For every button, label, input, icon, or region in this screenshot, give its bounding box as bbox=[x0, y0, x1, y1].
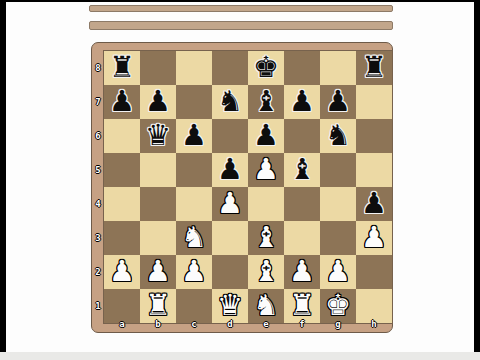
file-label-e: e bbox=[248, 318, 284, 330]
piece-black-rook[interactable]: ♜ bbox=[109, 53, 135, 82]
square-a6[interactable] bbox=[104, 119, 140, 153]
piece-black-knight[interactable]: ♞ bbox=[325, 121, 351, 150]
file-label-c: c bbox=[176, 318, 212, 330]
rank-label-7: 7 bbox=[93, 85, 103, 119]
square-e6[interactable]: ♟ bbox=[248, 119, 284, 153]
file-label-g: g bbox=[320, 318, 356, 330]
square-d7[interactable]: ♞ bbox=[212, 85, 248, 119]
square-e8[interactable]: ♚ bbox=[248, 51, 284, 85]
square-b6[interactable]: ♛ bbox=[140, 119, 176, 153]
square-f8[interactable] bbox=[284, 51, 320, 85]
piece-black-pawn[interactable]: ♟ bbox=[145, 87, 171, 116]
piece-black-pawn[interactable]: ♟ bbox=[253, 121, 279, 150]
rank-label-5: 5 bbox=[93, 153, 103, 187]
rank-label-2: 2 bbox=[93, 255, 103, 289]
piece-white-queen[interactable]: ♛ bbox=[217, 291, 243, 320]
square-c3[interactable]: ♞ bbox=[176, 221, 212, 255]
file-label-d: d bbox=[212, 318, 248, 330]
piece-white-knight[interactable]: ♞ bbox=[181, 223, 207, 252]
square-h8[interactable]: ♜ bbox=[356, 51, 392, 85]
piece-black-knight[interactable]: ♞ bbox=[217, 87, 243, 116]
square-c7[interactable] bbox=[176, 85, 212, 119]
square-d3[interactable] bbox=[212, 221, 248, 255]
square-b8[interactable] bbox=[140, 51, 176, 85]
piece-white-king[interactable]: ♚ bbox=[325, 291, 351, 320]
bottom-strip bbox=[0, 352, 480, 360]
square-e7[interactable]: ♝ bbox=[248, 85, 284, 119]
file-label-b: b bbox=[140, 318, 176, 330]
file-label-f: f bbox=[284, 318, 320, 330]
square-c2[interactable]: ♟ bbox=[176, 255, 212, 289]
square-a5[interactable] bbox=[104, 153, 140, 187]
square-g3[interactable] bbox=[320, 221, 356, 255]
piece-white-pawn[interactable]: ♟ bbox=[289, 257, 315, 286]
piece-black-queen[interactable]: ♛ bbox=[145, 121, 171, 150]
piece-white-rook[interactable]: ♜ bbox=[145, 291, 171, 320]
header-bar-thick bbox=[89, 21, 393, 30]
square-g7[interactable]: ♟ bbox=[320, 85, 356, 119]
square-g4[interactable] bbox=[320, 187, 356, 221]
square-f4[interactable] bbox=[284, 187, 320, 221]
board[interactable]: ♜♚♜♟♟♞♝♟♟♛♟♟♞♟♟♝♟♟♞♝♟♟♟♟♝♟♟♜♛♞♜♚ bbox=[103, 50, 393, 324]
piece-black-pawn[interactable]: ♟ bbox=[109, 87, 135, 116]
rank-label-8: 8 bbox=[93, 51, 103, 85]
video-frame: 87654321 ♜♚♜♟♟♞♝♟♟♛♟♟♞♟♟♝♟♟♞♝♟♟♟♟♝♟♟♜♛♞♜… bbox=[0, 0, 480, 360]
rank-label-3: 3 bbox=[93, 221, 103, 255]
rank-label-6: 6 bbox=[93, 119, 103, 153]
square-e3[interactable]: ♝ bbox=[248, 221, 284, 255]
piece-white-bishop[interactable]: ♝ bbox=[253, 257, 279, 286]
piece-white-pawn[interactable]: ♟ bbox=[217, 189, 243, 218]
piece-white-pawn[interactable]: ♟ bbox=[145, 257, 171, 286]
piece-black-pawn[interactable]: ♟ bbox=[181, 121, 207, 150]
piece-white-pawn[interactable]: ♟ bbox=[361, 223, 387, 252]
square-c4[interactable] bbox=[176, 187, 212, 221]
square-c5[interactable] bbox=[176, 153, 212, 187]
piece-black-pawn[interactable]: ♟ bbox=[361, 189, 387, 218]
piece-black-bishop[interactable]: ♝ bbox=[253, 87, 279, 116]
rank-label-4: 4 bbox=[93, 187, 103, 221]
piece-white-pawn[interactable]: ♟ bbox=[181, 257, 207, 286]
square-f2[interactable]: ♟ bbox=[284, 255, 320, 289]
square-c8[interactable] bbox=[176, 51, 212, 85]
square-g6[interactable]: ♞ bbox=[320, 119, 356, 153]
square-d5[interactable]: ♟ bbox=[212, 153, 248, 187]
square-f3[interactable] bbox=[284, 221, 320, 255]
square-a4[interactable] bbox=[104, 187, 140, 221]
square-c6[interactable]: ♟ bbox=[176, 119, 212, 153]
file-labels: abcdefgh bbox=[104, 318, 392, 330]
piece-white-knight[interactable]: ♞ bbox=[253, 291, 279, 320]
piece-white-pawn[interactable]: ♟ bbox=[325, 257, 351, 286]
square-e4[interactable] bbox=[248, 187, 284, 221]
file-label-a: a bbox=[104, 318, 140, 330]
piece-white-pawn[interactable]: ♟ bbox=[109, 257, 135, 286]
square-f6[interactable] bbox=[284, 119, 320, 153]
square-a3[interactable] bbox=[104, 221, 140, 255]
square-e5[interactable]: ♟ bbox=[248, 153, 284, 187]
square-b7[interactable]: ♟ bbox=[140, 85, 176, 119]
square-g2[interactable]: ♟ bbox=[320, 255, 356, 289]
square-h4[interactable]: ♟ bbox=[356, 187, 392, 221]
chessboard-frame: 87654321 ♜♚♜♟♟♞♝♟♟♛♟♟♞♟♟♝♟♟♞♝♟♟♟♟♝♟♟♜♛♞♜… bbox=[91, 42, 393, 333]
square-d2[interactable] bbox=[212, 255, 248, 289]
header-bar-thin bbox=[89, 5, 393, 12]
square-g5[interactable] bbox=[320, 153, 356, 187]
piece-white-rook[interactable]: ♜ bbox=[289, 291, 315, 320]
square-e2[interactable]: ♝ bbox=[248, 255, 284, 289]
square-h6[interactable] bbox=[356, 119, 392, 153]
piece-black-pawn[interactable]: ♟ bbox=[289, 87, 315, 116]
square-f7[interactable]: ♟ bbox=[284, 85, 320, 119]
piece-black-pawn[interactable]: ♟ bbox=[217, 155, 243, 184]
square-b2[interactable]: ♟ bbox=[140, 255, 176, 289]
square-b3[interactable] bbox=[140, 221, 176, 255]
piece-black-bishop[interactable]: ♝ bbox=[289, 155, 315, 184]
square-a2[interactable]: ♟ bbox=[104, 255, 140, 289]
square-f5[interactable]: ♝ bbox=[284, 153, 320, 187]
piece-white-bishop[interactable]: ♝ bbox=[253, 223, 279, 252]
piece-black-king[interactable]: ♚ bbox=[253, 53, 279, 82]
square-d6[interactable] bbox=[212, 119, 248, 153]
piece-black-rook[interactable]: ♜ bbox=[361, 53, 387, 82]
square-a7[interactable]: ♟ bbox=[104, 85, 140, 119]
file-label-h: h bbox=[356, 318, 392, 330]
square-d8[interactable] bbox=[212, 51, 248, 85]
square-d4[interactable]: ♟ bbox=[212, 187, 248, 221]
square-b4[interactable] bbox=[140, 187, 176, 221]
rank-label-1: 1 bbox=[93, 289, 103, 323]
square-a8[interactable]: ♜ bbox=[104, 51, 140, 85]
square-h3[interactable]: ♟ bbox=[356, 221, 392, 255]
square-h7[interactable] bbox=[356, 85, 392, 119]
square-h2[interactable] bbox=[356, 255, 392, 289]
square-h5[interactable] bbox=[356, 153, 392, 187]
square-b5[interactable] bbox=[140, 153, 176, 187]
rank-labels: 87654321 bbox=[93, 51, 103, 323]
piece-black-pawn[interactable]: ♟ bbox=[325, 87, 351, 116]
piece-white-pawn[interactable]: ♟ bbox=[253, 155, 279, 184]
square-g8[interactable] bbox=[320, 51, 356, 85]
